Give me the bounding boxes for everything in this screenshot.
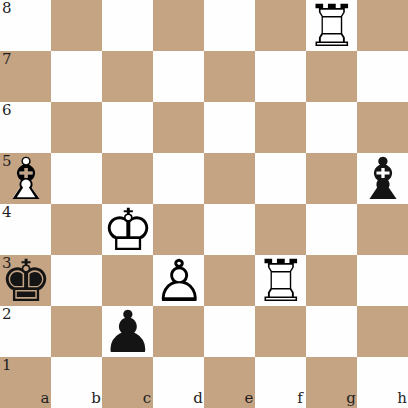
square-a2[interactable] — [0, 306, 51, 357]
white-rook-fill: ♜ — [256, 256, 305, 305]
square-e1[interactable] — [204, 357, 255, 408]
square-f4[interactable] — [255, 204, 306, 255]
white-king-icon: ♔ — [102, 204, 153, 255]
square-h4[interactable] — [357, 204, 408, 255]
square-a6[interactable] — [0, 102, 51, 153]
square-c2[interactable]: ♟ — [102, 306, 153, 357]
square-c3[interactable] — [102, 255, 153, 306]
square-a8[interactable] — [0, 0, 51, 51]
square-b6[interactable] — [51, 102, 102, 153]
square-c4[interactable]: ♚♔ — [102, 204, 153, 255]
square-d5[interactable] — [153, 153, 204, 204]
white-bishop-icon: ♗ — [0, 153, 51, 204]
square-h6[interactable] — [357, 102, 408, 153]
square-d6[interactable] — [153, 102, 204, 153]
square-g7[interactable] — [306, 51, 357, 102]
square-b1[interactable] — [51, 357, 102, 408]
square-c1[interactable] — [102, 357, 153, 408]
square-c5[interactable] — [102, 153, 153, 204]
square-b2[interactable] — [51, 306, 102, 357]
white-rook-icon: ♖ — [306, 0, 357, 51]
square-a5[interactable]: ♝♗ — [0, 153, 51, 204]
white-king-fill: ♚ — [103, 205, 152, 254]
white-pawn-fill: ♟ — [154, 256, 203, 305]
square-e5[interactable] — [204, 153, 255, 204]
square-e4[interactable] — [204, 204, 255, 255]
square-c7[interactable] — [102, 51, 153, 102]
square-b5[interactable] — [51, 153, 102, 204]
square-b7[interactable] — [51, 51, 102, 102]
square-h2[interactable] — [357, 306, 408, 357]
chess-board: ♜♖♝♗♝♚♔♚♟♙♜♖♟87654321abcdefgh — [0, 0, 408, 408]
square-f5[interactable] — [255, 153, 306, 204]
square-e6[interactable] — [204, 102, 255, 153]
square-g5[interactable] — [306, 153, 357, 204]
square-f1[interactable] — [255, 357, 306, 408]
square-d8[interactable] — [153, 0, 204, 51]
white-king: ♚♔ — [102, 204, 153, 255]
square-f6[interactable] — [255, 102, 306, 153]
black-bishop-icon: ♝ — [357, 153, 408, 204]
black-pawn-icon: ♟ — [102, 306, 153, 357]
white-pawn-icon: ♙ — [153, 255, 204, 306]
black-king-icon: ♚ — [0, 255, 51, 306]
white-bishop-fill: ♝ — [1, 154, 50, 203]
black-king: ♚ — [0, 255, 51, 306]
square-c8[interactable] — [102, 0, 153, 51]
square-e7[interactable] — [204, 51, 255, 102]
square-a4[interactable] — [0, 204, 51, 255]
black-bishop: ♝ — [357, 153, 408, 204]
square-e8[interactable] — [204, 0, 255, 51]
square-h1[interactable] — [357, 357, 408, 408]
square-a3[interactable]: ♚ — [0, 255, 51, 306]
white-rook: ♜♖ — [255, 255, 306, 306]
square-d7[interactable] — [153, 51, 204, 102]
square-h7[interactable] — [357, 51, 408, 102]
square-g6[interactable] — [306, 102, 357, 153]
white-rook-icon: ♖ — [255, 255, 306, 306]
square-d3[interactable]: ♟♙ — [153, 255, 204, 306]
square-f3[interactable]: ♜♖ — [255, 255, 306, 306]
square-d2[interactable] — [153, 306, 204, 357]
square-f2[interactable] — [255, 306, 306, 357]
square-e3[interactable] — [204, 255, 255, 306]
square-b4[interactable] — [51, 204, 102, 255]
square-h5[interactable]: ♝ — [357, 153, 408, 204]
white-rook-fill: ♜ — [307, 1, 356, 50]
white-bishop: ♝♗ — [0, 153, 51, 204]
square-c6[interactable] — [102, 102, 153, 153]
black-pawn: ♟ — [102, 306, 153, 357]
square-d1[interactable] — [153, 357, 204, 408]
square-g3[interactable] — [306, 255, 357, 306]
square-a1[interactable] — [0, 357, 51, 408]
square-h3[interactable] — [357, 255, 408, 306]
square-b8[interactable] — [51, 0, 102, 51]
square-a7[interactable] — [0, 51, 51, 102]
square-g2[interactable] — [306, 306, 357, 357]
square-f7[interactable] — [255, 51, 306, 102]
square-e2[interactable] — [204, 306, 255, 357]
square-f8[interactable] — [255, 0, 306, 51]
white-pawn: ♟♙ — [153, 255, 204, 306]
square-g1[interactable] — [306, 357, 357, 408]
square-d4[interactable] — [153, 204, 204, 255]
white-rook: ♜♖ — [306, 0, 357, 51]
square-h8[interactable] — [357, 0, 408, 51]
square-b3[interactable] — [51, 255, 102, 306]
square-g8[interactable]: ♜♖ — [306, 0, 357, 51]
square-g4[interactable] — [306, 204, 357, 255]
